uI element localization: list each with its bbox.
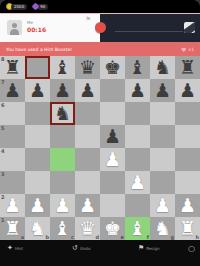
chess-board: 8♜♝♛♚♝♞♜7♟♟♟♟♟♟♟6♞5♟4♟3♟2♟♟♟♟♟♟1a♜b♞c♝d♛… <box>0 56 200 240</box>
square-f2[interactable] <box>125 194 150 217</box>
square-b5[interactable] <box>25 125 50 148</box>
square-f6[interactable] <box>125 102 150 125</box>
hint-banner-text: You have used a Hint Booster <box>6 47 181 52</box>
square-g2[interactable]: ♟ <box>150 194 175 217</box>
black-pawn-d7[interactable]: ♟ <box>79 81 96 100</box>
square-a2[interactable]: 2♟ <box>0 194 25 217</box>
square-h1[interactable]: h♜ <box>175 217 200 240</box>
black-pawn-b7[interactable]: ♟ <box>29 81 46 100</box>
square-d8[interactable]: ♛ <box>75 56 100 79</box>
black-knight-g8[interactable]: ♞ <box>154 58 171 77</box>
gems-pill[interactable]: 90 <box>32 3 48 11</box>
flag-icon[interactable]: ⚑ <box>86 15 91 22</box>
white-pawn-c2[interactable]: ♟ <box>54 196 71 215</box>
square-b8[interactable] <box>25 56 50 79</box>
black-pawn-a7[interactable]: ♟ <box>4 81 21 100</box>
black-pawn-f7[interactable]: ♟ <box>129 81 146 100</box>
square-h5[interactable] <box>175 125 200 148</box>
black-knight-c6[interactable]: ♞ <box>54 104 71 123</box>
clock-settings-icon[interactable]: ○ <box>188 244 195 253</box>
square-b3[interactable] <box>25 171 50 194</box>
opponent-loading-bar <box>115 31 183 32</box>
white-pawn-f3[interactable]: ♟ <box>129 173 146 192</box>
square-d7[interactable]: ♟ <box>75 79 100 102</box>
player-bar: Me 00:16 ⚑ <box>0 14 200 42</box>
square-c4[interactable] <box>50 148 75 171</box>
rank-label-8: 8 <box>1 56 4 62</box>
hint-button-label: Hint <box>15 246 23 251</box>
undo-button[interactable]: ↺ Undo <box>72 244 90 252</box>
lightbulb-icon: ✦ <box>7 244 13 252</box>
white-pawn-d2[interactable]: ♟ <box>79 196 96 215</box>
square-f5[interactable] <box>125 125 150 148</box>
black-bishop-f8[interactable]: ♝ <box>129 58 146 77</box>
hint-booster-count: x1 <box>188 47 194 52</box>
square-c8[interactable]: ♝ <box>50 56 75 79</box>
resign-flag-icon: ⚑ <box>138 244 144 252</box>
square-a3[interactable]: 3 <box>0 171 25 194</box>
square-e5[interactable]: ♟ <box>100 125 125 148</box>
black-queen-d8[interactable]: ♛ <box>79 58 96 77</box>
status-bar: 2000 90 <box>0 0 200 13</box>
rank-label-1: 1 <box>1 217 4 223</box>
square-b4[interactable] <box>25 148 50 171</box>
resign-button-label: Resign <box>146 246 159 251</box>
square-c5[interactable] <box>50 125 75 148</box>
undo-icon: ↺ <box>72 244 78 252</box>
square-c2[interactable]: ♟ <box>50 194 75 217</box>
white-pawn-g2[interactable]: ♟ <box>154 196 171 215</box>
hint-banner: You have used a Hint Booster ♥ x1 <box>0 42 200 56</box>
white-rook-h1[interactable]: ♜ <box>179 219 196 238</box>
bottom-bar: ✦ Hint ↺ Undo ⚑ Resign ○ <box>0 240 200 266</box>
square-h3[interactable] <box>175 171 200 194</box>
black-pawn-e5[interactable]: ♟ <box>104 127 121 146</box>
black-pawn-c7[interactable]: ♟ <box>54 81 71 100</box>
square-e1[interactable]: e♚ <box>100 217 125 240</box>
square-d6[interactable] <box>75 102 100 125</box>
square-a6[interactable]: 6 <box>0 102 25 125</box>
square-g8[interactable]: ♞ <box>150 56 175 79</box>
chess-app-screen: 2000 90 Me 00:16 ⚑ You have used a Hint … <box>0 0 200 266</box>
square-c6[interactable]: ♞ <box>50 102 75 125</box>
square-h2[interactable]: ♟ <box>175 194 200 217</box>
rank-label-7: 7 <box>1 79 4 85</box>
player-name: Me <box>27 20 33 25</box>
white-knight-g1[interactable]: ♞ <box>154 219 171 238</box>
square-h8[interactable]: ♜ <box>175 56 200 79</box>
hint-button[interactable]: ✦ Hint <box>7 244 23 252</box>
rank-label-4: 4 <box>1 148 4 154</box>
square-d5[interactable] <box>75 125 100 148</box>
rank-label-6: 6 <box>1 102 4 108</box>
square-h4[interactable] <box>175 148 200 171</box>
white-pawn-a2[interactable]: ♟ <box>4 196 21 215</box>
square-f7[interactable]: ♟ <box>125 79 150 102</box>
opponent-avatar[interactable] <box>184 22 195 33</box>
avatar-body <box>10 29 19 35</box>
black-rook-h8[interactable]: ♜ <box>179 58 196 77</box>
square-d1[interactable]: d♛ <box>75 217 100 240</box>
square-a4[interactable]: 4 <box>0 148 25 171</box>
square-g3[interactable] <box>150 171 175 194</box>
square-b2[interactable]: ♟ <box>25 194 50 217</box>
rank-label-2: 2 <box>1 194 4 200</box>
square-g6[interactable] <box>150 102 175 125</box>
square-e4[interactable]: ♟ <box>100 148 125 171</box>
square-f1[interactable]: f♝ <box>125 217 150 240</box>
square-d2[interactable]: ♟ <box>75 194 100 217</box>
square-g4[interactable] <box>150 148 175 171</box>
white-pawn-b2[interactable]: ♟ <box>29 196 46 215</box>
square-a7[interactable]: 7♟ <box>0 79 25 102</box>
black-pawn-h7[interactable]: ♟ <box>179 81 196 100</box>
white-knight-b1[interactable]: ♞ <box>29 219 46 238</box>
square-c1[interactable]: c♝ <box>50 217 75 240</box>
coins-pill[interactable]: 2000 <box>6 3 27 11</box>
square-a5[interactable]: 5 <box>0 125 25 148</box>
rank-label-3: 3 <box>1 171 4 177</box>
rank-label-5: 5 <box>1 125 4 131</box>
square-c3[interactable] <box>50 171 75 194</box>
player-avatar[interactable] <box>7 20 22 35</box>
white-pawn-h2[interactable]: ♟ <box>179 196 196 215</box>
black-pawn-g7[interactable]: ♟ <box>154 81 171 100</box>
white-queen-d1[interactable]: ♛ <box>79 219 96 238</box>
avatar-head <box>12 23 17 28</box>
square-e3[interactable] <box>100 171 125 194</box>
white-rook-a1[interactable]: ♜ <box>4 219 21 238</box>
square-h6[interactable] <box>175 102 200 125</box>
square-e7[interactable] <box>100 79 125 102</box>
square-e8[interactable]: ♚ <box>100 56 125 79</box>
square-e6[interactable] <box>100 102 125 125</box>
square-f4[interactable] <box>125 148 150 171</box>
black-rook-a8[interactable]: ♜ <box>4 58 21 77</box>
white-bishop-f1[interactable]: ♝ <box>129 219 146 238</box>
hint-booster-icon: ♥ <box>181 46 186 53</box>
square-d3[interactable] <box>75 171 100 194</box>
white-king-e1[interactable]: ♚ <box>104 219 121 238</box>
square-f3[interactable]: ♟ <box>125 171 150 194</box>
square-g7[interactable]: ♟ <box>150 79 175 102</box>
player-panel: Me 00:16 ⚑ <box>0 14 100 42</box>
undo-button-label: Undo <box>80 246 90 251</box>
square-d4[interactable] <box>75 148 100 171</box>
opponent-panel <box>100 14 200 42</box>
square-e2[interactable] <box>100 194 125 217</box>
white-bishop-c1[interactable]: ♝ <box>54 219 71 238</box>
square-c7[interactable]: ♟ <box>50 79 75 102</box>
square-g1[interactable]: g♞ <box>150 217 175 240</box>
square-h7[interactable]: ♟ <box>175 79 200 102</box>
square-b6[interactable] <box>25 102 50 125</box>
coins-amount: 2000 <box>11 4 27 10</box>
vs-badge <box>95 22 106 33</box>
black-king-e8[interactable]: ♚ <box>104 58 121 77</box>
square-b7[interactable]: ♟ <box>25 79 50 102</box>
square-a8[interactable]: 8♜ <box>0 56 25 79</box>
square-g5[interactable] <box>150 125 175 148</box>
square-b1[interactable]: b♞ <box>25 217 50 240</box>
square-f8[interactable]: ♝ <box>125 56 150 79</box>
black-bishop-c8[interactable]: ♝ <box>54 58 71 77</box>
player-clock: 00:16 <box>27 26 46 33</box>
resign-button[interactable]: ⚑ Resign <box>138 244 160 252</box>
white-pawn-e4[interactable]: ♟ <box>104 150 121 169</box>
square-a1[interactable]: 1a♜ <box>0 217 25 240</box>
